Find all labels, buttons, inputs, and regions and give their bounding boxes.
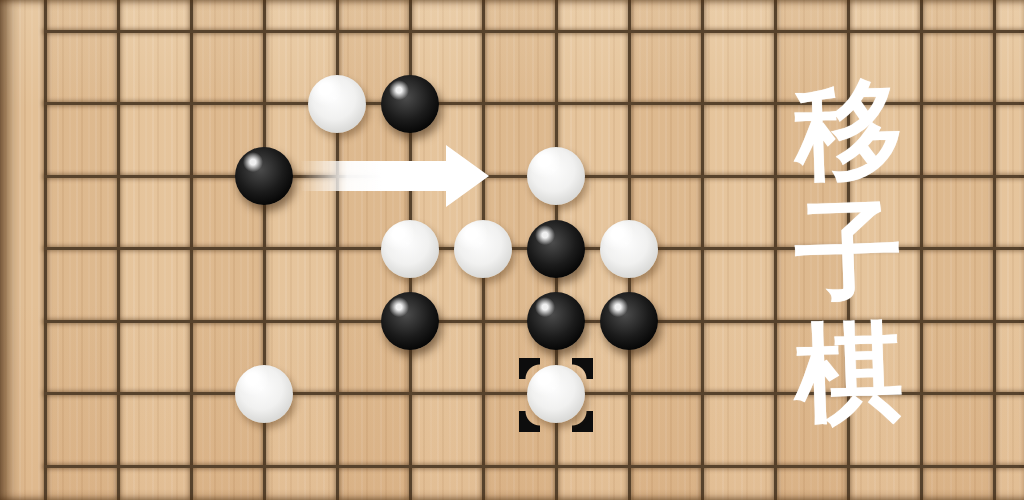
stone-white[interactable]: [600, 220, 658, 278]
grid-line-vertical: [263, 0, 266, 500]
grid-line-vertical: [117, 0, 120, 500]
stone-white[interactable]: [235, 365, 293, 423]
move-arrow-shaft: [300, 161, 448, 191]
move-arrow-head: [446, 145, 489, 207]
stone-white[interactable]: [454, 220, 512, 278]
grid-line-horizontal: [44, 30, 1024, 33]
stone-black[interactable]: [235, 147, 293, 205]
grid-line-vertical: [44, 0, 47, 500]
stone-white[interactable]: [527, 147, 585, 205]
grid-line-vertical: [920, 0, 923, 500]
grid-line-vertical: [774, 0, 777, 500]
title-char-zi: 子: [779, 189, 919, 315]
stone-white-selected[interactable]: [527, 365, 585, 423]
title-char-yi: 移: [779, 68, 919, 194]
title-char-qi: 棋: [779, 310, 919, 436]
grid-line-vertical: [701, 0, 704, 500]
stone-black[interactable]: [381, 292, 439, 350]
game-title: 移 子 棋: [781, 70, 917, 433]
grid-line-vertical: [190, 0, 193, 500]
stone-black[interactable]: [381, 75, 439, 133]
stone-black[interactable]: [527, 292, 585, 350]
stone-black[interactable]: [600, 292, 658, 350]
grid-line-horizontal: [44, 465, 1024, 468]
stone-white[interactable]: [381, 220, 439, 278]
game-banner: 移 子 棋: [0, 0, 1024, 500]
stone-white[interactable]: [308, 75, 366, 133]
stone-black[interactable]: [527, 220, 585, 278]
grid-line-vertical: [993, 0, 996, 500]
